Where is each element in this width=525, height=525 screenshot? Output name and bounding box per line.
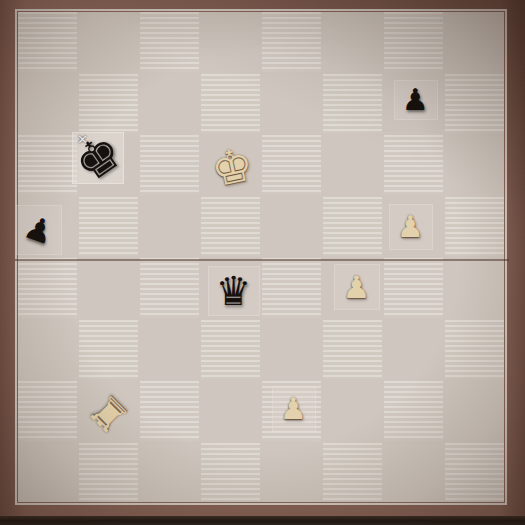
square-c1: [140, 443, 199, 503]
square-f5: [323, 197, 382, 257]
square-b1: [79, 443, 138, 503]
square-h8: [445, 12, 504, 72]
square-e8: [262, 12, 321, 72]
square-f4: [323, 258, 382, 318]
square-f3: [323, 320, 382, 380]
square-e6: [262, 135, 321, 195]
square-h1: [445, 443, 504, 503]
square-c2: [140, 381, 199, 441]
square-g3: [384, 320, 443, 380]
square-g6: [384, 135, 443, 195]
chess-board: [18, 12, 504, 502]
square-a5: [18, 197, 77, 257]
square-f2: [323, 381, 382, 441]
square-e1: [262, 443, 321, 503]
square-b7: [79, 74, 138, 134]
square-f7: [323, 74, 382, 134]
square-a4: [18, 258, 77, 318]
square-d3: [201, 320, 260, 380]
square-d1: [201, 443, 260, 503]
square-a7: [18, 74, 77, 134]
square-b4: [79, 258, 138, 318]
square-e7: [262, 74, 321, 134]
square-c4: [140, 258, 199, 318]
square-b2: [79, 381, 138, 441]
square-h4: [445, 258, 504, 318]
square-a1: [18, 443, 77, 503]
square-d7: [201, 74, 260, 134]
square-b3: [79, 320, 138, 380]
square-h2: [445, 381, 504, 441]
square-h3: [445, 320, 504, 380]
board-fold-seam: [15, 259, 509, 261]
square-b6: [79, 135, 138, 195]
board-play-area: [15, 9, 507, 505]
square-h5: [445, 197, 504, 257]
square-h7: [445, 74, 504, 134]
square-c3: [140, 320, 199, 380]
table-edge-strip: [0, 516, 525, 525]
square-a6: [18, 135, 77, 195]
square-f1: [323, 443, 382, 503]
square-b5: [79, 197, 138, 257]
square-g8: [384, 12, 443, 72]
square-e2: [262, 381, 321, 441]
square-c8: [140, 12, 199, 72]
square-d4: [201, 258, 260, 318]
square-a3: [18, 320, 77, 380]
square-d2: [201, 381, 260, 441]
square-c5: [140, 197, 199, 257]
square-f6: [323, 135, 382, 195]
square-g4: [384, 258, 443, 318]
square-g7: [384, 74, 443, 134]
square-d5: [201, 197, 260, 257]
square-b8: [79, 12, 138, 72]
square-c6: [140, 135, 199, 195]
square-a2: [18, 381, 77, 441]
square-a8: [18, 12, 77, 72]
square-d8: [201, 12, 260, 72]
square-g5: [384, 197, 443, 257]
square-e5: [262, 197, 321, 257]
square-d6: [201, 135, 260, 195]
square-g2: [384, 381, 443, 441]
square-c7: [140, 74, 199, 134]
square-h6: [445, 135, 504, 195]
chess-board-photo: ♟♚✕♚♟♟♛♟♜♟: [0, 0, 525, 525]
square-f8: [323, 12, 382, 72]
square-e4: [262, 258, 321, 318]
square-g1: [384, 443, 443, 503]
square-e3: [262, 320, 321, 380]
